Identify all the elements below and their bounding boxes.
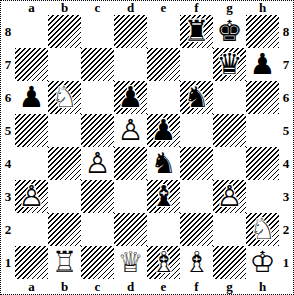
file-label-bottom-h: h (246, 279, 279, 294)
white-piece-halo: ♟ (213, 180, 246, 213)
square-c4[interactable]: ♟♙ (81, 147, 114, 180)
file-label-top-g: g (213, 1, 246, 15)
square-g6[interactable] (213, 81, 246, 114)
square-f3[interactable] (180, 180, 213, 213)
square-e8[interactable] (147, 15, 180, 48)
square-e1[interactable]: ♝♗ (147, 246, 180, 279)
white-pawn-c4: ♙ (81, 147, 114, 180)
square-h6[interactable] (246, 81, 279, 114)
square-d6[interactable]: ♟♟ (114, 81, 147, 114)
black-piece-halo: ♞ (180, 81, 213, 114)
rank-label-right-4: 4 (279, 147, 293, 180)
square-g2[interactable] (213, 213, 246, 246)
white-piece-halo: ♟ (114, 114, 147, 147)
rank-label-left-3: 3 (1, 180, 15, 213)
white-rook-b1: ♖ (48, 246, 81, 279)
square-e7[interactable] (147, 48, 180, 81)
file-label-bottom-g: g (213, 279, 246, 294)
square-b7[interactable] (48, 48, 81, 81)
square-d5[interactable]: ♟♙ (114, 114, 147, 147)
file-label-top-d: d (114, 1, 147, 15)
rank-label-right-1: 1 (279, 246, 293, 279)
file-label-bottom-f: f (180, 279, 213, 294)
square-f8[interactable]: ♜♜ (180, 15, 213, 48)
black-piece-halo: ♞ (147, 147, 180, 180)
square-b2[interactable] (48, 213, 81, 246)
square-c7[interactable] (81, 48, 114, 81)
black-pawn-e5: ♟ (147, 114, 180, 147)
rank-label-left-8: 8 (1, 15, 15, 48)
square-d1[interactable]: ♛♕ (114, 246, 147, 279)
black-knight-e4: ♞ (147, 147, 180, 180)
file-label-bottom-a: a (15, 279, 48, 294)
square-g8[interactable]: ♚♚ (213, 15, 246, 48)
white-king-h1: ♔ (246, 246, 279, 279)
black-pawn-d6: ♟ (114, 81, 147, 114)
file-label-top-a: a (15, 1, 48, 15)
square-e2[interactable] (147, 213, 180, 246)
square-h5[interactable] (246, 114, 279, 147)
square-e4[interactable]: ♞♞ (147, 147, 180, 180)
white-piece-halo: ♚ (246, 246, 279, 279)
square-a2[interactable] (15, 213, 48, 246)
rank-label-right-7: 7 (279, 48, 293, 81)
file-label-bottom-e: e (147, 279, 180, 294)
black-pawn-h7: ♟ (246, 48, 279, 81)
square-f4[interactable] (180, 147, 213, 180)
square-a5[interactable] (15, 114, 48, 147)
black-piece-halo: ♚ (213, 15, 246, 48)
square-a6[interactable]: ♟♟ (15, 81, 48, 114)
square-c3[interactable] (81, 180, 114, 213)
white-knight-h2: ♘ (246, 213, 279, 246)
square-g3[interactable]: ♟♙ (213, 180, 246, 213)
square-h1[interactable]: ♚♔ (246, 246, 279, 279)
square-a1[interactable] (15, 246, 48, 279)
black-piece-halo: ♟ (114, 81, 147, 114)
black-queen-g7: ♛ (213, 48, 246, 81)
square-e3[interactable]: ♝♝ (147, 180, 180, 213)
board-grid: abcdefgh8♜♜♚♚87♛♛♟♟76♟♟♞♘♟♟♞♞65♟♙♟♟54♟♙♞… (1, 1, 293, 294)
rank-label-right-5: 5 (279, 114, 293, 147)
square-f2[interactable] (180, 213, 213, 246)
white-pawn-g3: ♙ (213, 180, 246, 213)
black-pawn-a6: ♟ (15, 81, 48, 114)
white-queen-d1: ♕ (114, 246, 147, 279)
file-label-bottom-c: c (81, 279, 114, 294)
black-bishop-e3: ♝ (147, 180, 180, 213)
square-g1[interactable] (213, 246, 246, 279)
square-c1[interactable] (81, 246, 114, 279)
square-a8[interactable] (15, 15, 48, 48)
square-a7[interactable] (15, 48, 48, 81)
black-piece-halo: ♛ (213, 48, 246, 81)
corner-bottom-right (279, 279, 293, 294)
white-bishop-f1: ♗ (180, 246, 213, 279)
white-bishop-e1: ♗ (147, 246, 180, 279)
square-e6[interactable] (147, 81, 180, 114)
rank-label-right-6: 6 (279, 81, 293, 114)
square-d8[interactable] (114, 15, 147, 48)
rank-label-left-7: 7 (1, 48, 15, 81)
square-b4[interactable] (48, 147, 81, 180)
square-h7[interactable]: ♟♟ (246, 48, 279, 81)
white-piece-halo: ♟ (81, 147, 114, 180)
white-pawn-a3: ♙ (15, 180, 48, 213)
square-g5[interactable] (213, 114, 246, 147)
rank-label-left-2: 2 (1, 213, 15, 246)
square-g7[interactable]: ♛♛ (213, 48, 246, 81)
white-piece-halo: ♞ (246, 213, 279, 246)
black-knight-f6: ♞ (180, 81, 213, 114)
square-d3[interactable] (114, 180, 147, 213)
square-c5[interactable] (81, 114, 114, 147)
square-h3[interactable] (246, 180, 279, 213)
square-f5[interactable] (180, 114, 213, 147)
file-label-top-c: c (81, 1, 114, 15)
square-b1[interactable]: ♜♖ (48, 246, 81, 279)
square-b5[interactable] (48, 114, 81, 147)
square-c8[interactable] (81, 15, 114, 48)
square-f6[interactable]: ♞♞ (180, 81, 213, 114)
square-d7[interactable] (114, 48, 147, 81)
black-piece-halo: ♝ (147, 180, 180, 213)
chess-diagram: abcdefgh8♜♜♚♚87♛♛♟♟76♟♟♞♘♟♟♞♞65♟♙♟♟54♟♙♞… (0, 0, 294, 295)
black-piece-halo: ♟ (15, 81, 48, 114)
square-e5[interactable]: ♟♟ (147, 114, 180, 147)
square-a4[interactable] (15, 147, 48, 180)
corner-top-left (1, 1, 15, 15)
black-king-g8: ♚ (213, 15, 246, 48)
square-f1[interactable]: ♝♗ (180, 246, 213, 279)
rank-label-left-1: 1 (1, 246, 15, 279)
black-piece-halo: ♜ (180, 15, 213, 48)
square-d2[interactable] (114, 213, 147, 246)
corner-top-right (279, 1, 293, 15)
rank-label-right-2: 2 (279, 213, 293, 246)
white-piece-halo: ♜ (48, 246, 81, 279)
white-knight-b6: ♘ (48, 81, 81, 114)
rank-label-right-3: 3 (279, 180, 293, 213)
square-c6[interactable] (81, 81, 114, 114)
rank-label-right-8: 8 (279, 15, 293, 48)
file-label-top-e: e (147, 1, 180, 15)
black-rook-f8: ♜ (180, 15, 213, 48)
square-g4[interactable] (213, 147, 246, 180)
square-h8[interactable] (246, 15, 279, 48)
rank-label-left-6: 6 (1, 81, 15, 114)
white-piece-halo: ♞ (48, 81, 81, 114)
square-b6[interactable]: ♞♘ (48, 81, 81, 114)
square-a3[interactable]: ♟♙ (15, 180, 48, 213)
file-label-top-h: h (246, 1, 279, 15)
white-pawn-d5: ♙ (114, 114, 147, 147)
file-label-bottom-d: d (114, 279, 147, 294)
rank-label-left-5: 5 (1, 114, 15, 147)
rank-label-left-4: 4 (1, 147, 15, 180)
square-d4[interactable] (114, 147, 147, 180)
file-label-top-b: b (48, 1, 81, 15)
white-piece-halo: ♛ (114, 246, 147, 279)
black-piece-halo: ♟ (246, 48, 279, 81)
file-label-top-f: f (180, 1, 213, 15)
square-b8[interactable] (48, 15, 81, 48)
square-f7[interactable] (180, 48, 213, 81)
corner-bottom-left (1, 279, 15, 294)
white-piece-halo: ♝ (180, 246, 213, 279)
black-piece-halo: ♟ (147, 114, 180, 147)
white-piece-halo: ♟ (15, 180, 48, 213)
square-h4[interactable] (246, 147, 279, 180)
square-c2[interactable] (81, 213, 114, 246)
file-label-bottom-b: b (48, 279, 81, 294)
square-b3[interactable] (48, 180, 81, 213)
square-h2[interactable]: ♞♘ (246, 213, 279, 246)
white-piece-halo: ♝ (147, 246, 180, 279)
